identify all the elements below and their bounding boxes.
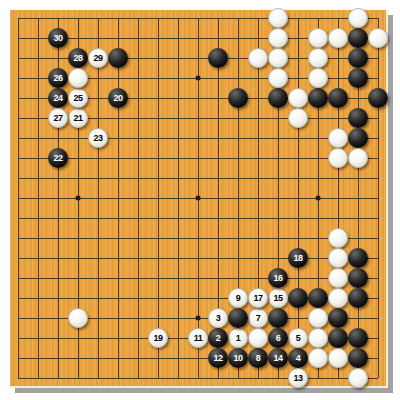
stone-white-move-17: 17 [248,288,268,308]
stone-number: 29 [93,54,102,63]
grid-line [18,238,378,239]
stone-number: 21 [73,114,82,123]
stone-white [328,148,348,168]
stone-black [308,288,328,308]
grid-line [18,258,378,259]
stone-white [268,28,288,48]
stone-number: 19 [153,334,162,343]
stone-white-move-23: 23 [88,128,108,148]
stone-white [328,288,348,308]
stone-black-move-22: 22 [48,148,68,168]
grid-line [378,18,379,378]
stone-number: 27 [53,114,62,123]
grid-line [18,378,378,379]
stone-black-move-2: 2 [208,328,228,348]
stone-number: 22 [53,154,62,163]
stone-number: 15 [273,294,282,303]
stone-number: 4 [296,354,301,363]
stone-white [268,48,288,68]
go-diagram: 1234567891011121314151617181920212223242… [0,0,400,400]
stone-white-move-25: 25 [68,88,88,108]
stone-black [348,68,368,88]
stone-white-move-19: 19 [148,328,168,348]
stone-black-move-8: 8 [248,348,268,368]
stone-black [328,88,348,108]
stone-number: 8 [256,354,261,363]
grid-line [18,278,378,279]
stone-number: 11 [194,334,203,343]
stone-black [348,48,368,68]
stone-white [308,28,328,48]
star-point [316,196,321,201]
stone-black-move-24: 24 [48,88,68,108]
stone-black-move-4: 4 [288,348,308,368]
stone-black [348,288,368,308]
stone-white-move-3: 3 [208,308,228,328]
stone-number: 12 [213,354,222,363]
stone-white-move-29: 29 [88,48,108,68]
stone-number: 13 [293,374,302,383]
stone-black [348,128,368,148]
star-point [196,76,201,81]
stone-black [108,48,128,68]
stone-white [308,348,328,368]
stone-white-move-27: 27 [48,108,68,128]
stone-white-move-15: 15 [268,288,288,308]
stone-number: 1 [236,334,241,343]
stone-number: 9 [236,294,241,303]
stone-white [368,28,388,48]
stone-number: 14 [273,354,282,363]
stone-white [308,68,328,88]
grid-line [298,18,299,378]
stone-number: 16 [273,274,282,283]
stone-white [268,8,288,28]
stone-black-move-6: 6 [268,328,288,348]
stone-black [348,348,368,368]
stone-black-move-18: 18 [288,248,308,268]
stone-black [368,88,388,108]
stone-white [308,328,328,348]
stone-black [228,308,248,328]
stone-black-move-12: 12 [208,348,228,368]
stone-white-move-13: 13 [288,368,308,388]
stone-white [288,88,308,108]
stone-black-move-26: 26 [48,68,68,88]
stone-black [328,308,348,328]
stone-white [328,228,348,248]
stone-white [348,148,368,168]
stone-white [308,308,328,328]
stone-white [328,348,348,368]
stone-black-move-20: 20 [108,88,128,108]
stone-black-move-10: 10 [228,348,248,368]
stone-white [348,368,368,388]
stone-white [308,48,328,68]
stone-number: 28 [73,54,82,63]
stone-number: 3 [216,314,221,323]
stone-number: 26 [53,74,62,83]
stone-white [68,308,88,328]
stone-number: 23 [93,134,102,143]
stone-black-move-14: 14 [268,348,288,368]
stone-white [328,248,348,268]
stone-white [288,108,308,128]
star-point [76,196,81,201]
stone-number: 7 [256,314,261,323]
stone-black [308,88,328,108]
stone-black [268,308,288,328]
stone-white [68,68,88,88]
stone-white [348,8,368,28]
stone-black-move-30: 30 [48,28,68,48]
stone-number: 6 [276,334,281,343]
stone-black-move-16: 16 [268,268,288,288]
stone-white [328,268,348,288]
grid-line [18,218,378,219]
stone-number: 2 [216,334,221,343]
stone-white [328,128,348,148]
stone-white-move-7: 7 [248,308,268,328]
stone-white-move-1: 1 [228,328,248,348]
goban-board[interactable]: 1234567891011121314151617181920212223242… [10,10,388,388]
stone-number: 5 [296,334,301,343]
stone-white [268,68,288,88]
stone-black [348,28,368,48]
stone-number: 25 [73,94,82,103]
stone-number: 30 [53,34,62,43]
stone-black [228,88,248,108]
stone-black [348,108,368,128]
stone-number: 10 [233,354,242,363]
stone-white-move-9: 9 [228,288,248,308]
stone-number: 17 [253,294,262,303]
stone-black [288,288,308,308]
star-point [196,316,201,321]
stone-black-move-28: 28 [68,48,88,68]
stone-number: 18 [293,254,302,263]
stone-black [208,48,228,68]
stone-black [348,248,368,268]
stone-white-move-5: 5 [288,328,308,348]
stone-white [248,328,268,348]
stone-white [248,48,268,68]
star-point [196,196,201,201]
stone-number: 20 [113,94,122,103]
stone-black [328,328,348,348]
stone-black [348,268,368,288]
stone-black [268,88,288,108]
stone-number: 24 [53,94,62,103]
stone-white-move-11: 11 [188,328,208,348]
stone-black [348,328,368,348]
stone-white-move-21: 21 [68,108,88,128]
stone-white [328,28,348,48]
